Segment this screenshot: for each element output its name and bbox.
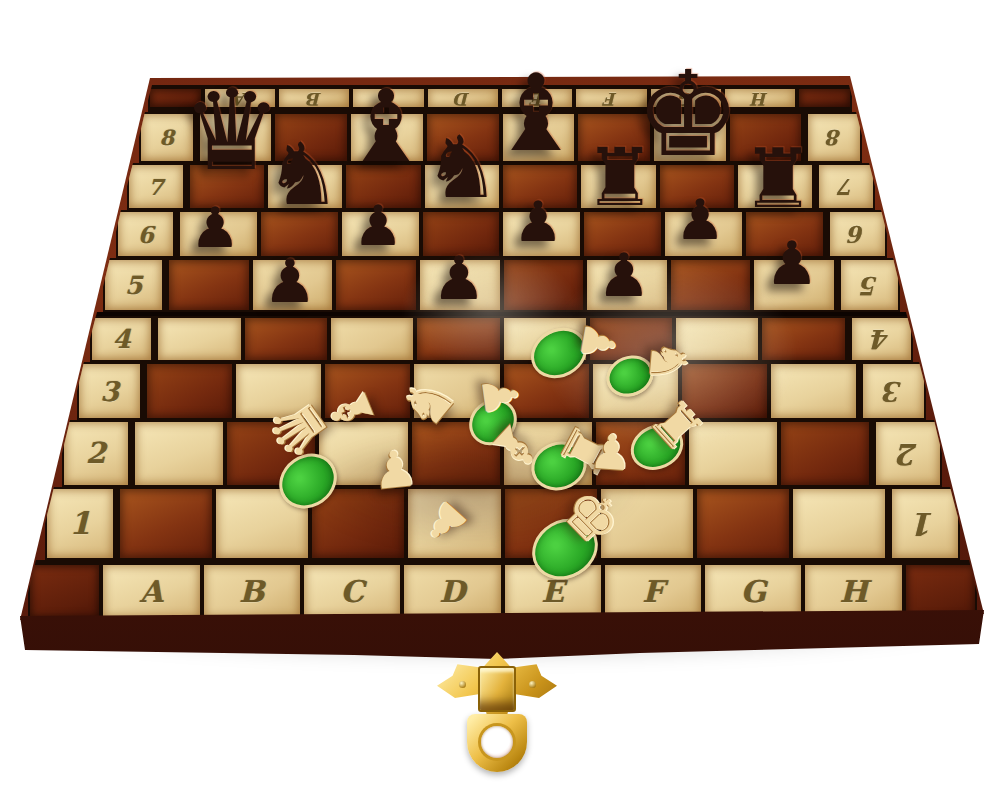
rank-label-left-1: 1: [45, 487, 118, 560]
black-pawn-f5: ♟: [597, 245, 651, 305]
rank-label-right-2: 2: [871, 420, 942, 487]
square-a4: [156, 316, 242, 362]
square-a1: [118, 487, 214, 560]
corner-cell: [28, 560, 101, 622]
rank-label-left-7: 7: [127, 163, 188, 210]
black-pawn-d5: ♟: [432, 248, 486, 308]
rank-label-right-4: 4: [847, 316, 913, 362]
file-label-b: B: [202, 560, 302, 622]
black-pawn-e6: ♟: [513, 194, 563, 250]
white-pawn-fallen-3: ♟: [370, 443, 420, 497]
white-knight-fallen-11: ♞: [641, 337, 695, 386]
square-a5: [167, 258, 251, 312]
black-bishop-c8: ♝: [341, 77, 431, 177]
corner-cell: [797, 85, 852, 112]
square-g1: [695, 487, 791, 560]
rank-label-left-6: 6: [116, 210, 178, 258]
black-pawn-c6: ♟: [353, 198, 403, 254]
rank-label-right-1: 1: [887, 487, 960, 560]
rank-label-right-6: 6: [825, 210, 887, 258]
black-rook-h7: ♜: [741, 138, 815, 220]
clasp-screw: [459, 681, 466, 688]
file-label-b: B: [277, 85, 351, 112]
clasp-ring-hole: [481, 726, 513, 758]
file-label-d: D: [402, 560, 502, 622]
square-a2: [133, 420, 225, 487]
square-a3: [145, 362, 234, 420]
black-bishop-e8: ♝: [488, 61, 583, 167]
rank-label-left-4: 4: [90, 316, 156, 362]
black-pawn-b5: ♟: [263, 251, 317, 311]
square-h1: [791, 487, 887, 560]
rank-label-right-7: 7: [814, 163, 875, 210]
white-pawn-fallen-4: ♟: [474, 372, 525, 419]
file-label-a: A: [101, 560, 201, 622]
clasp-screw: [529, 681, 536, 688]
black-king-g8: ♚: [635, 55, 741, 173]
square-b4: [243, 316, 329, 362]
black-knight-b7: ♞: [264, 131, 341, 217]
rank-label-left-2: 2: [62, 420, 133, 487]
rank-label-right-3: 3: [858, 362, 926, 420]
rank-label-left-5: 5: [103, 258, 167, 312]
file-label-c: C: [302, 560, 402, 622]
black-pawn-a6: ♟: [190, 200, 240, 256]
black-pawn-g6: ♟: [675, 192, 725, 248]
brass-clasp-hasp: [478, 666, 516, 712]
white-pawn-fallen-9: ♟: [588, 427, 634, 478]
square-h2: [779, 420, 871, 487]
rank-label-left-3: 3: [77, 362, 145, 420]
white-pawn-fallen-12: ♟: [573, 319, 623, 365]
black-pawn-h5: ♟: [765, 233, 819, 293]
product-photo-chess-box: ABCDEFGH 88 77 66 55 44 33 22 11 ABCDEFG…: [0, 0, 1000, 793]
rank-label-right-5: 5: [836, 258, 900, 312]
